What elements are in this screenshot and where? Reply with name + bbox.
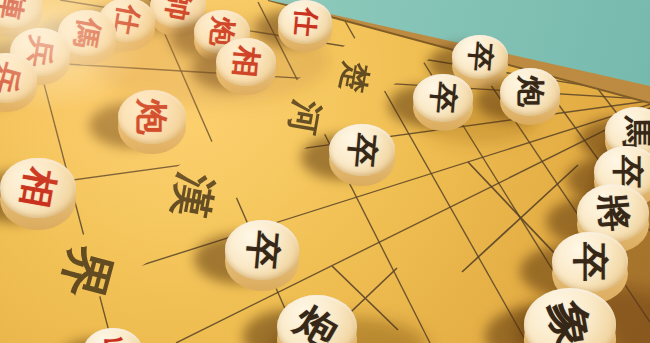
xiangqi-piece-black-卒[interactable]: 卒 [225, 220, 299, 290]
piece-character: 馬 [621, 116, 650, 149]
piece-character: 相 [231, 45, 262, 79]
river-label-he: 河 [283, 96, 328, 137]
piece-character: 仕 [291, 7, 319, 37]
piece-face: 象 [524, 288, 616, 343]
xiangqi-piece-red-相[interactable]: 相 [216, 38, 276, 95]
piece-face: 卒 [225, 220, 299, 279]
piece-character: 俥 [0, 0, 29, 22]
piece-face: 相 [0, 158, 76, 219]
piece-character: 象 [544, 297, 595, 343]
xiangqi-piece-red-炮[interactable]: 炮 [118, 90, 186, 155]
xiangqi-piece-red-相[interactable]: 相 [0, 158, 76, 230]
piece-character: 將 [594, 193, 631, 234]
piece-character: 兵 [0, 58, 24, 97]
piece-face: 炮 [118, 90, 186, 144]
xiangqi-photo-scene: 楚 河 漢 界 俥兵兵傌仕帥炮相仕炮相兵卒炮卒卒馬卒將卒象炮卒 [0, 0, 650, 343]
xiangqi-piece-red-兵[interactable]: 兵 [0, 53, 37, 112]
piece-character: 炮 [289, 300, 344, 343]
xiangqi-piece-black-炮[interactable]: 炮 [277, 295, 357, 343]
piece-face: 炮 [500, 68, 560, 116]
piece-face: 仕 [278, 0, 332, 43]
piece-face: 卒 [552, 232, 628, 293]
piece-face: 兵 [83, 328, 143, 343]
piece-face: 卒 [329, 124, 395, 177]
piece-face: 炮 [277, 295, 357, 343]
xiangqi-piece-red-仕[interactable]: 仕 [278, 0, 332, 51]
piece-character: 兵 [97, 338, 129, 343]
piece-character: 傌 [71, 16, 103, 51]
piece-character: 炮 [516, 76, 544, 108]
xiangqi-piece-red-兵[interactable]: 兵 [83, 328, 143, 343]
piece-character: 相 [17, 165, 59, 211]
piece-character: 仕 [111, 3, 142, 37]
river-label-han: 漢 [165, 169, 223, 222]
piece-character: 卒 [345, 131, 379, 168]
piece-character: 卒 [466, 41, 495, 73]
piece-character: 卒 [428, 81, 459, 115]
xiangqi-piece-black-炮[interactable]: 炮 [500, 68, 560, 125]
piece-character: 卒 [243, 229, 281, 271]
xiangqi-piece-black-象[interactable]: 象 [524, 288, 616, 343]
piece-character: 卒 [572, 242, 608, 282]
xiangqi-piece-black-卒[interactable]: 卒 [329, 124, 395, 187]
piece-face: 卒 [413, 74, 473, 122]
xiangqi-piece-black-卒[interactable]: 卒 [413, 74, 473, 131]
piece-character: 炮 [136, 99, 168, 135]
piece-face: 相 [216, 38, 276, 86]
piece-character: 帥 [162, 0, 193, 23]
